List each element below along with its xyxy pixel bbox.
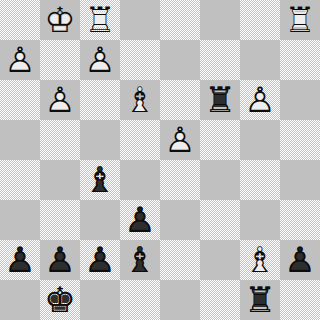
square-h4[interactable] [280, 160, 320, 200]
square-g3[interactable] [240, 200, 280, 240]
black-pawn-outline-icon: ♙ [80, 240, 120, 280]
square-d2[interactable]: ♝♗ [120, 240, 160, 280]
square-f3[interactable] [200, 200, 240, 240]
white-rook[interactable]: ♜♖ [280, 0, 320, 40]
square-a8[interactable] [0, 0, 40, 40]
white-rook-outline-icon: ♖ [80, 0, 120, 40]
square-a1[interactable] [0, 280, 40, 320]
white-pawn[interactable]: ♟♙ [240, 80, 280, 120]
square-e6[interactable] [160, 80, 200, 120]
square-a3[interactable] [0, 200, 40, 240]
square-g4[interactable] [240, 160, 280, 200]
black-bishop[interactable]: ♝♗ [120, 240, 160, 280]
black-rook[interactable]: ♜♖ [240, 280, 280, 320]
white-pawn[interactable]: ♟♙ [40, 80, 80, 120]
square-h5[interactable] [280, 120, 320, 160]
square-g8[interactable] [240, 0, 280, 40]
black-king-outline-icon: ♔ [40, 280, 80, 320]
square-f7[interactable] [200, 40, 240, 80]
black-pawn[interactable]: ♟♙ [40, 240, 80, 280]
black-bishop[interactable]: ♝♗ [80, 160, 120, 200]
black-rook-outline-icon: ♖ [200, 80, 240, 120]
white-pawn-outline-icon: ♙ [40, 80, 80, 120]
white-bishop[interactable]: ♝♗ [120, 80, 160, 120]
square-d8[interactable] [120, 0, 160, 40]
square-c5[interactable] [80, 120, 120, 160]
square-g6[interactable]: ♟♙ [240, 80, 280, 120]
white-pawn-outline-icon: ♙ [160, 120, 200, 160]
square-e1[interactable] [160, 280, 200, 320]
square-h6[interactable] [280, 80, 320, 120]
white-pawn-outline-icon: ♙ [0, 40, 40, 80]
square-c1[interactable] [80, 280, 120, 320]
square-h3[interactable] [280, 200, 320, 240]
square-c7[interactable]: ♟♙ [80, 40, 120, 80]
square-d4[interactable] [120, 160, 160, 200]
white-pawn[interactable]: ♟♙ [160, 120, 200, 160]
square-e4[interactable] [160, 160, 200, 200]
square-d6[interactable]: ♝♗ [120, 80, 160, 120]
square-g1[interactable]: ♜♖ [240, 280, 280, 320]
square-e7[interactable] [160, 40, 200, 80]
square-f8[interactable] [200, 0, 240, 40]
square-f2[interactable] [200, 240, 240, 280]
square-d1[interactable] [120, 280, 160, 320]
square-h2[interactable]: ♟♙ [280, 240, 320, 280]
square-f5[interactable] [200, 120, 240, 160]
white-bishop-outline-icon: ♗ [240, 240, 280, 280]
square-h1[interactable] [280, 280, 320, 320]
black-pawn-outline-icon: ♙ [120, 200, 160, 240]
square-f6[interactable]: ♜♖ [200, 80, 240, 120]
square-g5[interactable] [240, 120, 280, 160]
chess-board: ♚♔♜♖♜♖♟♙♟♙♟♙♝♗♜♖♟♙♟♙♝♗♟♙♟♙♟♙♟♙♝♗♝♗♟♙♚♔♜♖ [0, 0, 320, 320]
square-c8[interactable]: ♜♖ [80, 0, 120, 40]
square-b6[interactable]: ♟♙ [40, 80, 80, 120]
black-bishop-outline-icon: ♗ [120, 240, 160, 280]
white-bishop[interactable]: ♝♗ [240, 240, 280, 280]
square-f1[interactable] [200, 280, 240, 320]
white-bishop-outline-icon: ♗ [120, 80, 160, 120]
black-pawn[interactable]: ♟♙ [120, 200, 160, 240]
black-pawn[interactable]: ♟♙ [280, 240, 320, 280]
black-pawn-outline-icon: ♙ [280, 240, 320, 280]
square-b2[interactable]: ♟♙ [40, 240, 80, 280]
square-b3[interactable] [40, 200, 80, 240]
white-pawn[interactable]: ♟♙ [0, 40, 40, 80]
square-d3[interactable]: ♟♙ [120, 200, 160, 240]
square-c3[interactable] [80, 200, 120, 240]
black-pawn[interactable]: ♟♙ [80, 240, 120, 280]
white-pawn-outline-icon: ♙ [240, 80, 280, 120]
white-rook-outline-icon: ♖ [280, 0, 320, 40]
square-d7[interactable] [120, 40, 160, 80]
square-a6[interactable] [0, 80, 40, 120]
square-e3[interactable] [160, 200, 200, 240]
black-pawn[interactable]: ♟♙ [0, 240, 40, 280]
square-g2[interactable]: ♝♗ [240, 240, 280, 280]
black-rook[interactable]: ♜♖ [200, 80, 240, 120]
square-a7[interactable]: ♟♙ [0, 40, 40, 80]
black-king[interactable]: ♚♔ [40, 280, 80, 320]
black-rook-outline-icon: ♖ [240, 280, 280, 320]
square-b8[interactable]: ♚♔ [40, 0, 80, 40]
square-e8[interactable] [160, 0, 200, 40]
black-pawn-outline-icon: ♙ [40, 240, 80, 280]
square-d5[interactable] [120, 120, 160, 160]
square-e5[interactable]: ♟♙ [160, 120, 200, 160]
square-f4[interactable] [200, 160, 240, 200]
white-king-outline-icon: ♔ [40, 0, 80, 40]
white-rook[interactable]: ♜♖ [80, 0, 120, 40]
square-h8[interactable]: ♜♖ [280, 0, 320, 40]
black-bishop-outline-icon: ♗ [80, 160, 120, 200]
square-e2[interactable] [160, 240, 200, 280]
white-pawn[interactable]: ♟♙ [80, 40, 120, 80]
white-king[interactable]: ♚♔ [40, 0, 80, 40]
square-h7[interactable] [280, 40, 320, 80]
square-c6[interactable] [80, 80, 120, 120]
square-a4[interactable] [0, 160, 40, 200]
square-b4[interactable] [40, 160, 80, 200]
square-g7[interactable] [240, 40, 280, 80]
square-b1[interactable]: ♚♔ [40, 280, 80, 320]
square-c2[interactable]: ♟♙ [80, 240, 120, 280]
square-b7[interactable] [40, 40, 80, 80]
square-a5[interactable] [0, 120, 40, 160]
square-c4[interactable]: ♝♗ [80, 160, 120, 200]
black-pawn-outline-icon: ♙ [0, 240, 40, 280]
square-a2[interactable]: ♟♙ [0, 240, 40, 280]
white-pawn-outline-icon: ♙ [80, 40, 120, 80]
square-b5[interactable] [40, 120, 80, 160]
